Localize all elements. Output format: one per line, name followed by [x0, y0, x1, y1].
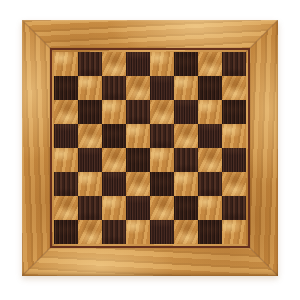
square-d7[interactable] — [126, 76, 150, 100]
square-a2[interactable] — [54, 196, 78, 220]
square-f6[interactable] — [174, 100, 198, 124]
square-b6[interactable] — [78, 100, 102, 124]
square-f7[interactable] — [174, 76, 198, 100]
square-e6[interactable] — [150, 100, 174, 124]
square-e7[interactable] — [150, 76, 174, 100]
square-f1[interactable] — [174, 220, 198, 244]
square-h6[interactable] — [222, 100, 246, 124]
square-h8[interactable] — [222, 52, 246, 76]
square-a7[interactable] — [54, 76, 78, 100]
square-d8[interactable] — [126, 52, 150, 76]
square-c8[interactable] — [102, 52, 126, 76]
square-h5[interactable] — [222, 124, 246, 148]
square-d1[interactable] — [126, 220, 150, 244]
square-h2[interactable] — [222, 196, 246, 220]
square-c5[interactable] — [102, 124, 126, 148]
chess-board — [22, 20, 278, 276]
square-b2[interactable] — [78, 196, 102, 220]
square-c6[interactable] — [102, 100, 126, 124]
square-a5[interactable] — [54, 124, 78, 148]
square-g8[interactable] — [198, 52, 222, 76]
square-a4[interactable] — [54, 148, 78, 172]
square-b3[interactable] — [78, 172, 102, 196]
square-g3[interactable] — [198, 172, 222, 196]
square-b1[interactable] — [78, 220, 102, 244]
square-b4[interactable] — [78, 148, 102, 172]
square-d6[interactable] — [126, 100, 150, 124]
square-f3[interactable] — [174, 172, 198, 196]
square-a6[interactable] — [54, 100, 78, 124]
square-b5[interactable] — [78, 124, 102, 148]
square-a3[interactable] — [54, 172, 78, 196]
square-b8[interactable] — [78, 52, 102, 76]
square-h3[interactable] — [222, 172, 246, 196]
square-c7[interactable] — [102, 76, 126, 100]
square-d2[interactable] — [126, 196, 150, 220]
square-e3[interactable] — [150, 172, 174, 196]
board-frame-right — [246, 20, 278, 276]
square-g6[interactable] — [198, 100, 222, 124]
square-c3[interactable] — [102, 172, 126, 196]
square-e2[interactable] — [150, 196, 174, 220]
square-c1[interactable] — [102, 220, 126, 244]
square-h1[interactable] — [222, 220, 246, 244]
square-d3[interactable] — [126, 172, 150, 196]
board-frame-bottom — [22, 244, 278, 276]
square-a8[interactable] — [54, 52, 78, 76]
square-d4[interactable] — [126, 148, 150, 172]
square-c2[interactable] — [102, 196, 126, 220]
photo-background — [0, 0, 300, 300]
square-g4[interactable] — [198, 148, 222, 172]
square-f8[interactable] — [174, 52, 198, 76]
square-b7[interactable] — [78, 76, 102, 100]
square-e1[interactable] — [150, 220, 174, 244]
square-g7[interactable] — [198, 76, 222, 100]
square-g2[interactable] — [198, 196, 222, 220]
square-f2[interactable] — [174, 196, 198, 220]
square-e4[interactable] — [150, 148, 174, 172]
square-h7[interactable] — [222, 76, 246, 100]
square-e5[interactable] — [150, 124, 174, 148]
square-d5[interactable] — [126, 124, 150, 148]
square-e8[interactable] — [150, 52, 174, 76]
board-grid — [54, 52, 246, 244]
square-h4[interactable] — [222, 148, 246, 172]
square-g5[interactable] — [198, 124, 222, 148]
square-g1[interactable] — [198, 220, 222, 244]
square-f5[interactable] — [174, 124, 198, 148]
square-a1[interactable] — [54, 220, 78, 244]
square-f4[interactable] — [174, 148, 198, 172]
square-c4[interactable] — [102, 148, 126, 172]
